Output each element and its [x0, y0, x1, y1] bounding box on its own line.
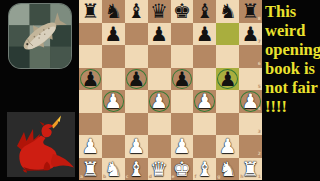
square-h8[interactable]: ♜8 — [239, 0, 262, 23]
stockfish-logo-icon — [8, 3, 72, 69]
white-pawn: ♟ — [242, 90, 260, 112]
black-queen: ♛ — [150, 0, 168, 22]
square-b3[interactable] — [102, 113, 125, 136]
square-a1[interactable]: ♜a — [79, 158, 102, 181]
square-a2[interactable]: ♟ — [79, 135, 102, 158]
fish-icon — [9, 4, 71, 68]
square-c7[interactable] — [125, 23, 148, 46]
caption-line: opening — [265, 40, 320, 59]
square-c5[interactable]: ♟ — [125, 68, 148, 91]
white-knight: ♞ — [104, 158, 122, 180]
white-pawn: ♟ — [127, 135, 145, 157]
square-d5[interactable] — [148, 68, 171, 91]
white-queen: ♛ — [150, 158, 168, 180]
black-rook: ♜ — [81, 0, 99, 22]
black-pawn: ♟ — [242, 23, 260, 45]
square-b5[interactable] — [102, 68, 125, 91]
square-e7[interactable] — [171, 23, 194, 46]
black-king: ♚ — [173, 0, 191, 22]
square-b6[interactable] — [102, 45, 125, 68]
square-a6[interactable] — [79, 45, 102, 68]
square-f7[interactable]: ♟ — [193, 23, 216, 46]
white-rook: ♜ — [242, 158, 260, 180]
white-bishop: ♝ — [127, 158, 145, 180]
square-h5[interactable]: 5 — [239, 68, 262, 91]
chess-board: ♜♞♝♛♚♝♞♜8♟♟♟♟76♟♟♟♟5♟♟♟♟43♟♟♟♟2♜a♞b♝c♛d♚… — [79, 0, 262, 180]
square-h4[interactable]: ♟4 — [239, 90, 262, 113]
rank-coordinate: 3 — [258, 130, 261, 135]
square-d3[interactable] — [148, 113, 171, 136]
caption-line: not fair — [265, 78, 320, 97]
square-f1[interactable]: ♝f — [193, 158, 216, 181]
white-pawn: ♟ — [196, 90, 214, 112]
square-d4[interactable]: ♟ — [148, 90, 171, 113]
square-g1[interactable]: ♞g — [216, 158, 239, 181]
square-e6[interactable] — [171, 45, 194, 68]
black-pawn: ♟ — [219, 68, 237, 90]
square-h6[interactable]: 6 — [239, 45, 262, 68]
square-h1[interactable]: ♜1h — [239, 158, 262, 181]
square-e2[interactable]: ♟ — [171, 135, 194, 158]
thumbnail-stage: ♜♞♝♛♚♝♞♜8♟♟♟♟76♟♟♟♟5♟♟♟♟43♟♟♟♟2♜a♞b♝c♛d♚… — [0, 0, 320, 180]
square-c1[interactable]: ♝c — [125, 158, 148, 181]
square-e1[interactable]: ♚e — [171, 158, 194, 181]
square-g5[interactable]: ♟ — [216, 68, 239, 91]
square-c6[interactable] — [125, 45, 148, 68]
white-pawn: ♟ — [104, 90, 122, 112]
square-d8[interactable]: ♛ — [148, 0, 171, 23]
white-king: ♚ — [173, 158, 191, 180]
black-bishop: ♝ — [127, 0, 145, 22]
square-f3[interactable] — [193, 113, 216, 136]
black-rook: ♜ — [242, 0, 260, 22]
caption-line: !!!! — [265, 97, 320, 116]
dragon-icon — [7, 112, 75, 177]
square-e5[interactable]: ♟ — [171, 68, 194, 91]
square-h7[interactable]: ♟7 — [239, 23, 262, 46]
square-b8[interactable]: ♞ — [102, 0, 125, 23]
white-pawn: ♟ — [173, 135, 191, 157]
square-a3[interactable] — [79, 113, 102, 136]
black-pawn: ♟ — [150, 23, 168, 45]
square-b4[interactable]: ♟ — [102, 90, 125, 113]
square-d2[interactable] — [148, 135, 171, 158]
caption-line: weird — [265, 21, 320, 40]
black-pawn: ♟ — [104, 23, 122, 45]
komodo-dragon-logo — [7, 112, 75, 177]
square-h3[interactable]: 3 — [239, 113, 262, 136]
square-c3[interactable] — [125, 113, 148, 136]
caption-line: This — [265, 2, 320, 21]
square-f8[interactable]: ♝ — [193, 0, 216, 23]
square-h2[interactable]: 2 — [239, 135, 262, 158]
caption-line: book is — [265, 59, 320, 78]
square-c4[interactable] — [125, 90, 148, 113]
white-pawn: ♟ — [81, 135, 99, 157]
square-g6[interactable] — [216, 45, 239, 68]
white-pawn: ♟ — [219, 135, 237, 157]
square-g8[interactable]: ♞ — [216, 0, 239, 23]
white-bishop: ♝ — [196, 158, 214, 180]
square-b1[interactable]: ♞b — [102, 158, 125, 181]
white-rook: ♜ — [81, 158, 99, 180]
square-d1[interactable]: ♛d — [148, 158, 171, 181]
black-bishop: ♝ — [196, 0, 214, 22]
square-d7[interactable]: ♟ — [148, 23, 171, 46]
square-e3[interactable] — [171, 113, 194, 136]
square-c2[interactable]: ♟ — [125, 135, 148, 158]
rank-coordinate: 6 — [258, 62, 261, 67]
square-b2[interactable] — [102, 135, 125, 158]
square-g7[interactable] — [216, 23, 239, 46]
black-knight: ♞ — [104, 0, 122, 22]
square-e8[interactable]: ♚ — [171, 0, 194, 23]
square-f4[interactable]: ♟ — [193, 90, 216, 113]
square-b7[interactable]: ♟ — [102, 23, 125, 46]
square-f2[interactable] — [193, 135, 216, 158]
black-pawn: ♟ — [196, 23, 214, 45]
black-pawn: ♟ — [173, 68, 191, 90]
square-a8[interactable]: ♜ — [79, 0, 102, 23]
square-e4[interactable] — [171, 90, 194, 113]
square-c8[interactable]: ♝ — [125, 0, 148, 23]
square-g2[interactable]: ♟ — [216, 135, 239, 158]
square-a5[interactable]: ♟ — [79, 68, 102, 91]
square-d6[interactable] — [148, 45, 171, 68]
black-pawn: ♟ — [81, 68, 99, 90]
square-a4[interactable] — [79, 90, 102, 113]
black-knight: ♞ — [219, 0, 237, 22]
square-g3[interactable] — [216, 113, 239, 136]
rank-coordinate: 2 — [258, 152, 261, 157]
white-pawn: ♟ — [150, 90, 168, 112]
square-g4[interactable] — [216, 90, 239, 113]
caption-text: This weird opening book is not fair !!!! — [265, 2, 320, 116]
white-knight: ♞ — [219, 158, 237, 180]
square-f5[interactable] — [193, 68, 216, 91]
black-pawn: ♟ — [127, 68, 145, 90]
square-f6[interactable] — [193, 45, 216, 68]
square-a7[interactable] — [79, 23, 102, 46]
